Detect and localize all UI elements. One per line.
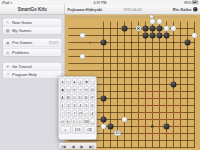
- board-point-F2[interactable]: [100, 137, 107, 144]
- board-point-R19[interactable]: [177, 18, 184, 25]
- board-point-O9[interactable]: [156, 88, 163, 95]
- board-point-T1[interactable]: [191, 144, 198, 150]
- board-point-M1[interactable]: [142, 144, 149, 150]
- board-point-K2[interactable]: [128, 137, 135, 144]
- markup-key[interactable]: □: [90, 78, 95, 85]
- board-point-A13[interactable]: [65, 60, 72, 67]
- board-point-L7[interactable]: [135, 102, 142, 109]
- board-point-G16[interactable]: [107, 39, 114, 46]
- board-point-B15[interactable]: [72, 46, 79, 53]
- board-point-P7[interactable]: [163, 102, 170, 109]
- board-point-H8[interactable]: [114, 95, 121, 102]
- board-point-A14[interactable]: [65, 53, 72, 60]
- board-point-H1[interactable]: [114, 144, 121, 150]
- board-point-R12[interactable]: [177, 67, 184, 74]
- markup-key[interactable]: ◆: [60, 86, 65, 93]
- board-point-H5[interactable]: [114, 116, 121, 123]
- board-point-S16[interactable]: [184, 39, 191, 46]
- board-point-G2[interactable]: [107, 137, 114, 144]
- markup-key[interactable]: ↺: [60, 118, 65, 125]
- markup-key[interactable]: ⊘: [90, 86, 95, 93]
- board-point-P16[interactable]: [163, 39, 170, 46]
- board-point-P19[interactable]: [163, 18, 170, 25]
- board-point-M12[interactable]: [142, 67, 149, 74]
- markup-key[interactable]: ⁇: [78, 110, 83, 117]
- markup-key[interactable]: !: [60, 110, 65, 117]
- board-point-P3[interactable]: [163, 130, 170, 137]
- board-point-L1[interactable]: [135, 144, 142, 150]
- board-point-F4[interactable]: [100, 123, 107, 130]
- board-point-H2[interactable]: [114, 137, 121, 144]
- board-point-A17[interactable]: [65, 32, 72, 39]
- board-point-M18[interactable]: [142, 25, 149, 32]
- board-point-B17[interactable]: [72, 32, 79, 39]
- previous-move-button[interactable]: ◀: [71, 144, 74, 149]
- board-point-N18[interactable]: [149, 25, 156, 32]
- board-point-O10[interactable]: [156, 81, 163, 88]
- board-point-N14[interactable]: [149, 53, 156, 60]
- board-point-K1[interactable]: [128, 144, 135, 150]
- go-to-start-button[interactable]: |◀: [61, 144, 65, 149]
- board-point-M15[interactable]: [142, 46, 149, 53]
- board-point-R1[interactable]: [177, 144, 184, 150]
- markup-key[interactable]: E: [84, 94, 89, 101]
- board-point-B13[interactable]: [72, 60, 79, 67]
- markup-key[interactable]: ▲: [72, 78, 77, 85]
- board-point-R15[interactable]: [177, 46, 184, 53]
- board-point-O7[interactable]: [156, 102, 163, 109]
- sidebar-item-program-help[interactable]: ?Program Help: [3, 70, 62, 78]
- board-point-L10[interactable]: [135, 81, 142, 88]
- move-slider[interactable]: [68, 16, 197, 18]
- board-point-F5[interactable]: [100, 116, 107, 123]
- board-point-M3[interactable]: [142, 130, 149, 137]
- board-point-S3[interactable]: [184, 130, 191, 137]
- sidebar-item-go-tutorial[interactable]: ✦Go Tutorial: [3, 63, 62, 71]
- board-point-E13[interactable]: [93, 60, 100, 67]
- board-point-O4[interactable]: [156, 123, 163, 130]
- board-point-J2[interactable]: [121, 137, 128, 144]
- markup-key[interactable]: B: [66, 94, 71, 101]
- board-point-L6[interactable]: [135, 109, 142, 116]
- board-point-M13[interactable]: [142, 60, 149, 67]
- board-point-H16[interactable]: [114, 39, 121, 46]
- board-point-T15[interactable]: [191, 46, 198, 53]
- markup-key[interactable]: ✗: [90, 110, 95, 117]
- board-point-K17[interactable]: [128, 32, 135, 39]
- board-point-P5[interactable]: [163, 116, 170, 123]
- board-point-J3[interactable]: [121, 130, 128, 137]
- board-point-C13[interactable]: [79, 60, 86, 67]
- board-point-O2[interactable]: [156, 137, 163, 144]
- board-point-T18[interactable]: [191, 25, 198, 32]
- board-point-T12[interactable]: [191, 67, 198, 74]
- board-point-R2[interactable]: [177, 137, 184, 144]
- markup-key[interactable]: ?: [66, 110, 71, 117]
- board-point-Q2[interactable]: [170, 137, 177, 144]
- board-point-L3[interactable]: [135, 130, 142, 137]
- board-point-T2[interactable]: [191, 137, 198, 144]
- board-point-F15[interactable]: [100, 46, 107, 53]
- board-point-P15[interactable]: [163, 46, 170, 53]
- markup-key[interactable]: 4: [78, 102, 83, 109]
- board-point-P13[interactable]: [163, 60, 170, 67]
- board-point-F14[interactable]: [100, 53, 107, 60]
- board-point-M2[interactable]: [142, 137, 149, 144]
- board-point-A15[interactable]: [65, 46, 72, 53]
- board-point-K8[interactable]: [128, 95, 135, 102]
- board-point-S4[interactable]: [184, 123, 191, 130]
- board-point-L8[interactable]: [135, 95, 142, 102]
- board-point-P9[interactable]: [163, 88, 170, 95]
- board-point-J10[interactable]: [121, 81, 128, 88]
- board-point-H10[interactable]: [114, 81, 121, 88]
- board-point-L5[interactable]: [135, 116, 142, 123]
- board-point-O3[interactable]: [156, 130, 163, 137]
- board-point-D15[interactable]: [86, 46, 93, 53]
- board-point-G4[interactable]: [107, 123, 114, 130]
- board-point-H4[interactable]: [114, 123, 121, 130]
- markup-key[interactable]: ⇧: [72, 118, 77, 125]
- board-point-E12[interactable]: [93, 67, 100, 74]
- board-point-Q1[interactable]: [170, 144, 177, 150]
- board-point-B19[interactable]: [72, 18, 79, 25]
- board-point-T16[interactable]: [191, 39, 198, 46]
- board-point-S6[interactable]: [184, 109, 191, 116]
- board-point-Q10[interactable]: [170, 81, 177, 88]
- board-point-J1[interactable]: [121, 144, 128, 150]
- board-point-T17[interactable]: [191, 32, 198, 39]
- board-point-A19[interactable]: [65, 18, 72, 25]
- board-point-S14[interactable]: [184, 53, 191, 60]
- markup-key-wide[interactable]: 123: [72, 126, 83, 134]
- board-point-C19[interactable]: [79, 18, 86, 25]
- board-point-K14[interactable]: [128, 53, 135, 60]
- board-point-H6[interactable]: [114, 109, 121, 116]
- markup-key[interactable]: 2: [66, 102, 71, 109]
- board-point-L15[interactable]: [135, 46, 142, 53]
- board-point-P11[interactable]: [163, 74, 170, 81]
- board-point-R13[interactable]: [177, 60, 184, 67]
- board-point-N9[interactable]: [149, 88, 156, 95]
- board-point-H18[interactable]: [114, 25, 121, 32]
- board-point-K15[interactable]: [128, 46, 135, 53]
- board-point-H15[interactable]: [114, 46, 121, 53]
- board-point-J14[interactable]: [121, 53, 128, 60]
- board-point-H9[interactable]: [114, 88, 121, 95]
- board-point-M6[interactable]: [142, 109, 149, 116]
- board-point-S10[interactable]: [184, 81, 191, 88]
- markup-key[interactable]: 5: [84, 102, 89, 109]
- board-point-M5[interactable]: [142, 116, 149, 123]
- board-point-T4[interactable]: [191, 123, 198, 130]
- board-point-M4[interactable]: [142, 123, 149, 130]
- board-point-F7[interactable]: [100, 102, 107, 109]
- board-point-H3[interactable]: 10: [114, 130, 121, 137]
- board-point-O16[interactable]: [156, 39, 163, 46]
- markup-key[interactable]: ■: [84, 78, 89, 85]
- markup-key[interactable]: C: [72, 94, 77, 101]
- board-point-P18[interactable]: [163, 25, 170, 32]
- markup-key[interactable]: ●: [60, 78, 65, 85]
- board-point-M10[interactable]: [142, 81, 149, 88]
- board-point-D14[interactable]: [86, 53, 93, 60]
- move-slider-knob[interactable]: [150, 15, 155, 20]
- board-point-J18[interactable]: [121, 25, 128, 32]
- board-point-E14[interactable]: [93, 53, 100, 60]
- board-point-T10[interactable]: [191, 81, 198, 88]
- markup-key[interactable]: F: [90, 94, 95, 101]
- board-point-N19[interactable]: [149, 18, 156, 25]
- board-point-F1[interactable]: [100, 144, 107, 150]
- board-point-T6[interactable]: [191, 109, 198, 116]
- board-point-G8[interactable]: [107, 95, 114, 102]
- board-point-O15[interactable]: [156, 46, 163, 53]
- board-point-T8[interactable]: [191, 95, 198, 102]
- board-point-T13[interactable]: [191, 60, 198, 67]
- board-point-P6[interactable]: [163, 109, 170, 116]
- board-point-Q15[interactable]: [170, 46, 177, 53]
- board-point-S8[interactable]: [184, 95, 191, 102]
- board-point-D12[interactable]: [86, 67, 93, 74]
- markup-key[interactable]: ⇩: [77, 118, 82, 125]
- board-point-K9[interactable]: [128, 88, 135, 95]
- board-point-G5[interactable]: [107, 116, 114, 123]
- board-point-K5[interactable]: [128, 116, 135, 123]
- board-point-R3[interactable]: [177, 130, 184, 137]
- board-point-K13[interactable]: [128, 60, 135, 67]
- markup-key[interactable]: ␣: [90, 118, 95, 125]
- markup-key[interactable]: 3: [72, 102, 77, 109]
- sidebar-item-my-games[interactable]: ▦My Games: [3, 26, 62, 34]
- board-point-N17[interactable]: [149, 32, 156, 39]
- board-point-G3[interactable]: [107, 130, 114, 137]
- board-point-L14[interactable]: [135, 53, 142, 60]
- board-point-Q12[interactable]: [170, 67, 177, 74]
- board-point-A18[interactable]: [65, 25, 72, 32]
- board-point-N2[interactable]: [149, 137, 156, 144]
- markup-key-wide[interactable]: ⌫: [84, 126, 95, 134]
- go-to-end-button[interactable]: ▶|: [89, 144, 93, 149]
- board-point-Q3[interactable]: [170, 130, 177, 137]
- board-point-T14[interactable]: [191, 53, 198, 60]
- board-point-G18[interactable]: [107, 25, 114, 32]
- board-point-Q11[interactable]: [170, 74, 177, 81]
- board-point-O19[interactable]: [156, 18, 163, 25]
- board-point-M11[interactable]: [142, 74, 149, 81]
- board-point-G19[interactable]: [107, 18, 114, 25]
- board-point-H11[interactable]: [114, 74, 121, 81]
- board-point-S5[interactable]: [184, 116, 191, 123]
- board-point-N13[interactable]: [149, 60, 156, 67]
- board-point-M14[interactable]: [142, 53, 149, 60]
- board-point-F3[interactable]: [100, 130, 107, 137]
- board-point-Q18[interactable]: [170, 25, 177, 32]
- board-point-Q6[interactable]: [170, 109, 177, 116]
- board-point-L13[interactable]: [135, 60, 142, 67]
- markup-key[interactable]: 6: [90, 102, 95, 109]
- board-point-A16[interactable]: [65, 39, 72, 46]
- sidebar-item-new-game[interactable]: ✎New Game: [3, 19, 62, 27]
- board-point-P4[interactable]: [163, 123, 170, 130]
- board-point-B18[interactable]: [72, 25, 79, 32]
- board-point-Q9[interactable]: [170, 88, 177, 95]
- board-point-P14[interactable]: [163, 53, 170, 60]
- board-point-J7[interactable]: [121, 102, 128, 109]
- board-point-K18[interactable]: [128, 25, 135, 32]
- markup-key[interactable]: ⌫: [83, 118, 89, 125]
- board-point-K12[interactable]: [128, 67, 135, 74]
- board-point-S12[interactable]: [184, 67, 191, 74]
- board-point-D19[interactable]: [86, 18, 93, 25]
- board-point-S17[interactable]: [184, 32, 191, 39]
- markup-key-wide[interactable]: ◐: [60, 126, 71, 134]
- board-point-N6[interactable]: [149, 109, 156, 116]
- sidebar-item-pro-games[interactable]: ◉Pro Games78,875: [3, 39, 62, 47]
- board-point-K19[interactable]: [128, 18, 135, 25]
- board-point-J17[interactable]: [121, 32, 128, 39]
- move-slider-track[interactable]: [68, 17, 197, 18]
- board-point-H17[interactable]: [114, 32, 121, 39]
- board-point-L17[interactable]: [135, 32, 142, 39]
- board-point-F17[interactable]: [100, 32, 107, 39]
- board-point-R9[interactable]: [177, 88, 184, 95]
- board-point-O17[interactable]: [156, 32, 163, 39]
- board-point-G10[interactable]: [107, 81, 114, 88]
- markup-key[interactable]: ✓: [84, 110, 89, 117]
- board-point-T9[interactable]: [191, 88, 198, 95]
- board-point-N4[interactable]: ✕: [149, 123, 156, 130]
- board-point-M19[interactable]: [142, 18, 149, 25]
- board-point-F9[interactable]: [100, 88, 107, 95]
- board-point-G15[interactable]: [107, 46, 114, 53]
- board-point-G6[interactable]: [107, 109, 114, 116]
- board-point-S9[interactable]: [184, 88, 191, 95]
- board-point-K11[interactable]: [128, 74, 135, 81]
- markup-key[interactable]: ＋: [78, 86, 83, 93]
- board-point-Q17[interactable]: [170, 32, 177, 39]
- board-point-Q19[interactable]: [170, 18, 177, 25]
- board-point-Q5[interactable]: [170, 116, 177, 123]
- board-point-M8[interactable]: [142, 95, 149, 102]
- markup-key[interactable]: ⊙: [84, 86, 89, 93]
- markup-key[interactable]: △: [78, 78, 83, 85]
- board-point-T7[interactable]: [191, 102, 198, 109]
- board-point-K7[interactable]: [128, 102, 135, 109]
- board-point-J6[interactable]: [121, 109, 128, 116]
- board-point-F13[interactable]: [100, 60, 107, 67]
- board-point-N3[interactable]: [149, 130, 156, 137]
- board-point-L18[interactable]: ✕: [135, 25, 142, 32]
- board-point-S15[interactable]: [184, 46, 191, 53]
- board-point-N8[interactable]: [149, 95, 156, 102]
- board-point-H12[interactable]: [114, 67, 121, 74]
- board-point-R17[interactable]: [177, 32, 184, 39]
- markup-key[interactable]: A: [60, 94, 65, 101]
- board-point-D18[interactable]: [86, 25, 93, 32]
- board-point-E19[interactable]: [93, 18, 100, 25]
- board-point-S2[interactable]: [184, 137, 191, 144]
- board-point-R6[interactable]: [177, 109, 184, 116]
- board-point-Q14[interactable]: [170, 53, 177, 60]
- board-point-S18[interactable]: [184, 25, 191, 32]
- board-point-F8[interactable]: [100, 95, 107, 102]
- board-point-H7[interactable]: [114, 102, 121, 109]
- board-point-Q16[interactable]: [170, 39, 177, 46]
- board-point-H13[interactable]: [114, 60, 121, 67]
- board-point-K4[interactable]: [128, 123, 135, 130]
- board-point-P8[interactable]: [163, 95, 170, 102]
- markup-key[interactable]: ↻: [66, 118, 71, 125]
- board-point-O18[interactable]: [156, 25, 163, 32]
- board-point-N12[interactable]: [149, 67, 156, 74]
- board-point-R16[interactable]: [177, 39, 184, 46]
- markup-key[interactable]: ✕: [72, 86, 77, 93]
- board-point-O1[interactable]: [156, 144, 163, 150]
- board-point-C15[interactable]: [79, 46, 86, 53]
- board-point-J13[interactable]: [121, 60, 128, 67]
- board-point-C17[interactable]: [79, 32, 86, 39]
- board-point-N11[interactable]: [149, 74, 156, 81]
- board-point-B14[interactable]: [72, 53, 79, 60]
- board-point-S1[interactable]: [184, 144, 191, 150]
- board-point-R18[interactable]: [177, 25, 184, 32]
- board-point-K3[interactable]: [128, 130, 135, 137]
- board-point-P1[interactable]: [163, 144, 170, 150]
- board-point-K10[interactable]: [128, 81, 135, 88]
- board-point-R5[interactable]: [177, 116, 184, 123]
- board-point-B12[interactable]: [72, 67, 79, 74]
- board-point-G1[interactable]: [107, 144, 114, 150]
- board-point-J16[interactable]: [121, 39, 128, 46]
- board-point-N16[interactable]: [149, 39, 156, 46]
- board-point-E18[interactable]: [93, 25, 100, 32]
- board-point-N7[interactable]: [149, 102, 156, 109]
- board-point-N10[interactable]: [149, 81, 156, 88]
- board-point-K16[interactable]: [128, 39, 135, 46]
- board-point-O12[interactable]: [156, 67, 163, 74]
- board-point-Q8[interactable]: [170, 95, 177, 102]
- board-point-T11[interactable]: [191, 74, 198, 81]
- board-point-R8[interactable]: [177, 95, 184, 102]
- board-point-O14[interactable]: [156, 53, 163, 60]
- board-point-G12[interactable]: [107, 67, 114, 74]
- board-point-F12[interactable]: [100, 67, 107, 74]
- board-point-J19[interactable]: [121, 18, 128, 25]
- board-point-K6[interactable]: [128, 109, 135, 116]
- board-point-J15[interactable]: [121, 46, 128, 53]
- board-point-S7[interactable]: [184, 102, 191, 109]
- board-point-E16[interactable]: [93, 39, 100, 46]
- board-point-F18[interactable]: [100, 25, 107, 32]
- board-point-D13[interactable]: [86, 60, 93, 67]
- board-point-D17[interactable]: [86, 32, 93, 39]
- board-point-C12[interactable]: [79, 67, 86, 74]
- board-point-G11[interactable]: [107, 74, 114, 81]
- board-point-O5[interactable]: [156, 116, 163, 123]
- board-point-J11[interactable]: [121, 74, 128, 81]
- board-point-D16[interactable]: [86, 39, 93, 46]
- next-move-button[interactable]: ▶: [80, 144, 83, 149]
- board-point-Q13[interactable]: [170, 60, 177, 67]
- markup-key[interactable]: ○: [66, 78, 71, 85]
- board-point-F16[interactable]: [100, 39, 107, 46]
- board-point-O11[interactable]: [156, 74, 163, 81]
- board-point-G9[interactable]: [107, 88, 114, 95]
- board-point-L4[interactable]: [135, 123, 142, 130]
- board-point-R10[interactable]: [177, 81, 184, 88]
- board-point-Q7[interactable]: [170, 102, 177, 109]
